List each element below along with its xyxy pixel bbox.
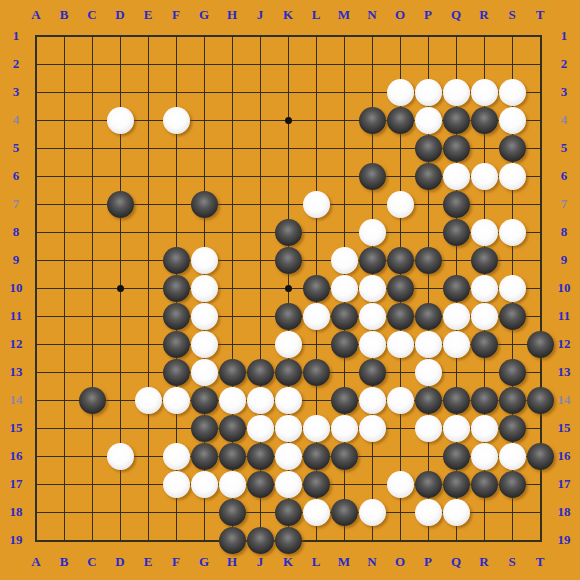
row-label: 6 (1, 168, 31, 184)
black-stone (443, 443, 470, 470)
row-label: 17 (1, 476, 31, 492)
black-stone (359, 163, 386, 190)
black-stone (359, 107, 386, 134)
row-label: 1 (1, 28, 31, 44)
black-stone (219, 359, 246, 386)
row-label: 13 (549, 364, 579, 380)
white-stone (191, 303, 218, 330)
white-stone (331, 275, 358, 302)
white-stone (163, 387, 190, 414)
white-stone (443, 79, 470, 106)
black-stone (415, 303, 442, 330)
white-stone (415, 107, 442, 134)
black-stone (499, 415, 526, 442)
black-stone (443, 471, 470, 498)
white-stone (387, 191, 414, 218)
white-stone (387, 471, 414, 498)
column-label: R (474, 7, 494, 23)
white-stone (471, 443, 498, 470)
white-stone (275, 387, 302, 414)
row-label: 8 (549, 224, 579, 240)
white-stone (107, 443, 134, 470)
black-stone (191, 191, 218, 218)
column-label: B (54, 554, 74, 570)
column-label: N (362, 7, 382, 23)
black-stone (443, 107, 470, 134)
row-label: 14 (549, 392, 579, 408)
white-stone (471, 415, 498, 442)
column-label: S (502, 7, 522, 23)
white-stone (303, 499, 330, 526)
column-label: M (334, 7, 354, 23)
black-stone (191, 387, 218, 414)
black-stone (303, 275, 330, 302)
column-label: M (334, 554, 354, 570)
white-stone (359, 275, 386, 302)
black-stone (387, 303, 414, 330)
row-label: 13 (1, 364, 31, 380)
white-stone (415, 359, 442, 386)
white-stone (443, 163, 470, 190)
black-stone (163, 303, 190, 330)
white-stone (471, 219, 498, 246)
row-label: 17 (549, 476, 579, 492)
white-stone (443, 415, 470, 442)
black-stone (415, 471, 442, 498)
black-stone (359, 247, 386, 274)
white-stone (415, 415, 442, 442)
row-label: 7 (1, 196, 31, 212)
black-stone (471, 387, 498, 414)
black-stone (331, 331, 358, 358)
black-stone (331, 443, 358, 470)
black-stone (247, 471, 274, 498)
column-label: E (138, 7, 158, 23)
black-stone (163, 359, 190, 386)
row-label: 16 (549, 448, 579, 464)
white-stone (471, 275, 498, 302)
column-label: D (110, 554, 130, 570)
white-stone (191, 359, 218, 386)
white-stone (415, 499, 442, 526)
white-stone (275, 471, 302, 498)
white-stone (359, 331, 386, 358)
black-stone (527, 387, 554, 414)
white-stone (331, 247, 358, 274)
row-label: 6 (549, 168, 579, 184)
white-stone (191, 275, 218, 302)
black-stone (499, 471, 526, 498)
white-stone (415, 331, 442, 358)
white-stone (219, 387, 246, 414)
white-stone (247, 387, 274, 414)
white-stone (331, 415, 358, 442)
column-label: Q (446, 554, 466, 570)
white-stone (107, 107, 134, 134)
row-label: 19 (1, 532, 31, 548)
black-stone (219, 527, 246, 554)
black-stone (191, 415, 218, 442)
black-stone (163, 331, 190, 358)
black-stone (247, 443, 274, 470)
column-label: T (530, 554, 550, 570)
row-label: 11 (549, 308, 579, 324)
black-stone (275, 219, 302, 246)
column-label: G (194, 7, 214, 23)
white-stone (499, 275, 526, 302)
column-label: G (194, 554, 214, 570)
row-label: 18 (549, 504, 579, 520)
white-stone (359, 415, 386, 442)
black-stone (191, 443, 218, 470)
column-label: K (278, 554, 298, 570)
black-stone (107, 191, 134, 218)
white-stone (387, 387, 414, 414)
white-stone (499, 219, 526, 246)
row-label: 19 (549, 532, 579, 548)
black-stone (163, 275, 190, 302)
column-label: L (306, 7, 326, 23)
white-stone (443, 499, 470, 526)
black-stone (499, 303, 526, 330)
white-stone (275, 331, 302, 358)
black-stone (275, 303, 302, 330)
row-label: 16 (1, 448, 31, 464)
row-label: 5 (1, 140, 31, 156)
column-label: A (26, 554, 46, 570)
row-label: 8 (1, 224, 31, 240)
black-stone (415, 163, 442, 190)
white-stone (443, 331, 470, 358)
row-label: 14 (1, 392, 31, 408)
column-label: P (418, 7, 438, 23)
white-stone (163, 443, 190, 470)
row-label: 7 (549, 196, 579, 212)
row-label: 11 (1, 308, 31, 324)
black-stone (471, 471, 498, 498)
white-stone (303, 303, 330, 330)
column-label: C (82, 554, 102, 570)
black-stone (443, 219, 470, 246)
row-label: 12 (1, 336, 31, 352)
black-stone (247, 359, 274, 386)
white-stone (415, 79, 442, 106)
white-stone (135, 387, 162, 414)
white-stone (499, 79, 526, 106)
black-stone (499, 135, 526, 162)
row-label: 5 (549, 140, 579, 156)
white-stone (359, 387, 386, 414)
row-label: 10 (1, 280, 31, 296)
black-stone (527, 331, 554, 358)
white-stone (219, 471, 246, 498)
column-label: H (222, 7, 242, 23)
white-stone (163, 107, 190, 134)
black-stone (415, 387, 442, 414)
black-stone (415, 247, 442, 274)
row-label: 15 (1, 420, 31, 436)
black-stone (79, 387, 106, 414)
black-stone (275, 359, 302, 386)
row-label: 9 (1, 252, 31, 268)
row-label: 9 (549, 252, 579, 268)
column-label: A (26, 7, 46, 23)
row-label: 12 (549, 336, 579, 352)
white-stone (275, 443, 302, 470)
black-stone (275, 527, 302, 554)
white-stone (499, 107, 526, 134)
white-stone (471, 303, 498, 330)
column-label: R (474, 554, 494, 570)
go-board: ABCDEFGHJKLMNOPQRST ABCDEFGHJKLMNOPQRST … (0, 0, 580, 580)
white-stone (387, 331, 414, 358)
black-stone (499, 359, 526, 386)
white-stone (247, 415, 274, 442)
black-stone (331, 499, 358, 526)
black-stone (219, 499, 246, 526)
black-stone (219, 415, 246, 442)
black-stone (387, 275, 414, 302)
white-stone (499, 443, 526, 470)
white-stone (471, 163, 498, 190)
black-stone (471, 247, 498, 274)
white-stone (191, 247, 218, 274)
column-label: H (222, 554, 242, 570)
black-stone (303, 471, 330, 498)
row-label: 18 (1, 504, 31, 520)
row-label: 3 (549, 84, 579, 100)
white-stone (303, 191, 330, 218)
white-stone (443, 303, 470, 330)
black-stone (443, 191, 470, 218)
black-stone (471, 331, 498, 358)
column-label: L (306, 554, 326, 570)
column-label: K (278, 7, 298, 23)
row-label: 4 (1, 112, 31, 128)
column-label: Q (446, 7, 466, 23)
black-stone (387, 107, 414, 134)
row-label: 10 (549, 280, 579, 296)
row-label: 15 (549, 420, 579, 436)
column-label: J (250, 7, 270, 23)
column-label: E (138, 554, 158, 570)
white-stone (359, 303, 386, 330)
column-label: B (54, 7, 74, 23)
white-stone (163, 471, 190, 498)
white-stone (191, 471, 218, 498)
row-label: 3 (1, 84, 31, 100)
black-stone (303, 443, 330, 470)
black-stone (443, 387, 470, 414)
black-stone (275, 247, 302, 274)
column-label: S (502, 554, 522, 570)
black-stone (499, 387, 526, 414)
white-stone (359, 499, 386, 526)
column-label: T (530, 7, 550, 23)
black-stone (331, 303, 358, 330)
white-stone (387, 79, 414, 106)
black-stone (303, 359, 330, 386)
black-stone (331, 387, 358, 414)
row-label: 1 (549, 28, 579, 44)
white-stone (359, 219, 386, 246)
column-label: F (166, 554, 186, 570)
row-label: 2 (549, 56, 579, 72)
column-label: C (82, 7, 102, 23)
black-stone (163, 247, 190, 274)
black-stone (275, 499, 302, 526)
white-stone (275, 415, 302, 442)
row-label: 4 (549, 112, 579, 128)
row-label: 2 (1, 56, 31, 72)
black-stone (443, 275, 470, 302)
white-stone (471, 79, 498, 106)
white-stone (499, 163, 526, 190)
column-label: J (250, 554, 270, 570)
black-stone (219, 443, 246, 470)
white-stone (303, 415, 330, 442)
black-stone (387, 247, 414, 274)
black-stone (471, 107, 498, 134)
black-stone (415, 135, 442, 162)
black-stone (527, 443, 554, 470)
column-label: O (390, 554, 410, 570)
column-label: O (390, 7, 410, 23)
column-label: N (362, 554, 382, 570)
column-label: F (166, 7, 186, 23)
column-label: P (418, 554, 438, 570)
column-label: D (110, 7, 130, 23)
black-stone (247, 527, 274, 554)
white-stone (191, 331, 218, 358)
black-stone (443, 135, 470, 162)
black-stone (359, 359, 386, 386)
